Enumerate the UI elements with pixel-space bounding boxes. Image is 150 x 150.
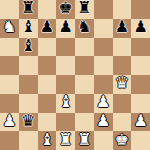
square-c6[interactable] — [38, 38, 57, 57]
piece-black-bishop: ♝ — [21, 38, 35, 54]
square-g5[interactable] — [113, 56, 132, 75]
square-g2[interactable] — [113, 113, 132, 132]
square-e1[interactable]: ♜ — [75, 131, 94, 150]
square-f2[interactable]: ♟ — [94, 113, 113, 132]
piece-black-pawn: ♟ — [58, 19, 72, 35]
square-d5[interactable] — [56, 56, 75, 75]
square-b6[interactable]: ♝ — [19, 38, 38, 57]
piece-black-pawn: ♟ — [115, 19, 129, 35]
square-d8[interactable]: ♚ — [56, 0, 75, 19]
square-g1[interactable]: ♚ — [113, 131, 132, 150]
square-h2[interactable]: ♟ — [131, 113, 150, 132]
piece-white-rook: ♜ — [58, 132, 72, 148]
square-a4[interactable] — [0, 75, 19, 94]
square-d1[interactable]: ♜ — [56, 131, 75, 150]
piece-black-knight: ♞ — [77, 19, 91, 35]
square-d7[interactable]: ♟ — [56, 19, 75, 38]
piece-white-pawn: ♟ — [96, 94, 110, 110]
square-c2[interactable] — [38, 113, 57, 132]
square-b2[interactable]: ♛ — [19, 113, 38, 132]
square-c4[interactable] — [38, 75, 57, 94]
piece-white-pawn: ♟ — [2, 113, 16, 129]
piece-black-queen: ♛ — [21, 113, 35, 129]
square-c7[interactable]: ♟ — [38, 19, 57, 38]
piece-white-knight: ♞ — [2, 19, 16, 35]
piece-black-king: ♚ — [58, 0, 72, 16]
square-a7[interactable]: ♞ — [0, 19, 19, 38]
square-d3[interactable]: ♝ — [56, 94, 75, 113]
chess-board: ♜♚♜♞♝♟♟♞♟♟♝♛♝♟♟♛♟♟♝♜♜♚ — [0, 0, 150, 150]
square-a6[interactable] — [0, 38, 19, 57]
square-f7[interactable] — [94, 19, 113, 38]
piece-black-rook: ♜ — [77, 0, 91, 16]
square-d4[interactable] — [56, 75, 75, 94]
square-f4[interactable] — [94, 75, 113, 94]
piece-black-pawn: ♟ — [40, 19, 54, 35]
square-h7[interactable]: ♟ — [131, 19, 150, 38]
square-b5[interactable] — [19, 56, 38, 75]
piece-white-rook: ♜ — [77, 132, 91, 148]
square-g4[interactable]: ♛ — [113, 75, 132, 94]
square-g3[interactable] — [113, 94, 132, 113]
square-e6[interactable] — [75, 38, 94, 57]
square-a2[interactable]: ♟ — [0, 113, 19, 132]
square-f5[interactable] — [94, 56, 113, 75]
square-h3[interactable] — [131, 94, 150, 113]
square-h8[interactable] — [131, 0, 150, 19]
square-b7[interactable]: ♝ — [19, 19, 38, 38]
square-f6[interactable] — [94, 38, 113, 57]
piece-black-rook: ♜ — [21, 0, 35, 16]
square-d2[interactable] — [56, 113, 75, 132]
square-h1[interactable] — [131, 131, 150, 150]
square-h6[interactable] — [131, 38, 150, 57]
piece-white-bishop: ♝ — [40, 132, 54, 148]
piece-black-pawn: ♟ — [133, 19, 147, 35]
square-a3[interactable] — [0, 94, 19, 113]
piece-white-pawn: ♟ — [96, 113, 110, 129]
square-g6[interactable] — [113, 38, 132, 57]
piece-white-queen: ♛ — [115, 75, 129, 91]
square-f1[interactable] — [94, 131, 113, 150]
square-c1[interactable]: ♝ — [38, 131, 57, 150]
square-g8[interactable] — [113, 0, 132, 19]
piece-black-bishop: ♝ — [21, 19, 35, 35]
square-c8[interactable] — [38, 0, 57, 19]
square-a1[interactable] — [0, 131, 19, 150]
piece-white-pawn: ♟ — [133, 113, 147, 129]
square-e8[interactable]: ♜ — [75, 0, 94, 19]
square-f8[interactable] — [94, 0, 113, 19]
square-h5[interactable] — [131, 56, 150, 75]
piece-white-king: ♚ — [115, 132, 129, 148]
square-e2[interactable] — [75, 113, 94, 132]
square-a5[interactable] — [0, 56, 19, 75]
square-e5[interactable] — [75, 56, 94, 75]
square-b1[interactable] — [19, 131, 38, 150]
square-b8[interactable]: ♜ — [19, 0, 38, 19]
square-b3[interactable] — [19, 94, 38, 113]
square-b4[interactable] — [19, 75, 38, 94]
square-h4[interactable] — [131, 75, 150, 94]
square-g7[interactable]: ♟ — [113, 19, 132, 38]
piece-white-bishop: ♝ — [58, 94, 72, 110]
square-e7[interactable]: ♞ — [75, 19, 94, 38]
square-a8[interactable] — [0, 0, 19, 19]
square-c3[interactable] — [38, 94, 57, 113]
square-c5[interactable] — [38, 56, 57, 75]
square-d6[interactable] — [56, 38, 75, 57]
square-e3[interactable] — [75, 94, 94, 113]
square-f3[interactable]: ♟ — [94, 94, 113, 113]
square-e4[interactable] — [75, 75, 94, 94]
